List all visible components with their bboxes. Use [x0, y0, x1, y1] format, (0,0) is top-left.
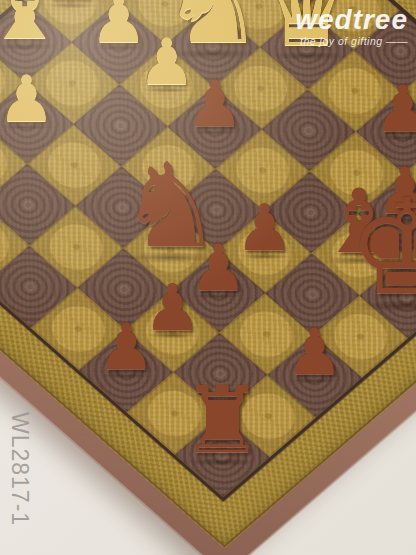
brand-tagline: the joy of gifting —— [295, 35, 408, 47]
brand-logo: wedtree the joy of gifting —— [295, 5, 408, 47]
chess-board [0, 0, 416, 555]
product-photo[interactable]: ♟♝♟♟♞♟♛♟♟♟♝♚♟♞♟♟♟♟♜ wedtree the joy of g… [0, 0, 416, 555]
brand-name: wedtree [295, 5, 408, 34]
sku-watermark: WL2817-1 [6, 412, 33, 526]
